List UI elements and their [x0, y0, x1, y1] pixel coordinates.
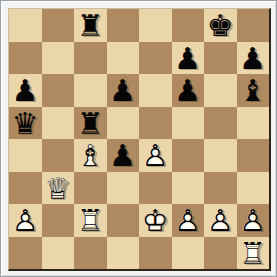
black-queen-glyph: ♛: [9, 107, 42, 140]
square-d5[interactable]: [107, 107, 140, 140]
square-h4[interactable]: [237, 139, 270, 172]
board-frame: ♜♚♟♟♟♟♟♝♛♜♝♗♟♟♙♛♕♟♙♜♖♚♔♟♙♟♙♟♙♜♖: [0, 0, 277, 277]
white-queen-outline: ♕: [42, 172, 75, 205]
black-queen[interactable]: ♛: [9, 107, 42, 140]
white-bishop-outline: ♗: [74, 139, 107, 172]
square-h3[interactable]: [237, 172, 270, 205]
white-pawn-outline: ♙: [9, 204, 42, 237]
square-d1[interactable]: [107, 237, 140, 270]
square-e2[interactable]: ♚♔: [139, 204, 172, 237]
square-b7[interactable]: [42, 42, 75, 75]
black-pawn-glyph: ♟: [107, 74, 140, 107]
white-king-outline: ♔: [139, 204, 172, 237]
white-pawn[interactable]: ♟♙: [237, 204, 270, 237]
square-b6[interactable]: [42, 74, 75, 107]
white-pawn[interactable]: ♟♙: [9, 204, 42, 237]
black-pawn[interactable]: ♟: [107, 139, 140, 172]
square-f4[interactable]: [172, 139, 205, 172]
square-d2[interactable]: [107, 204, 140, 237]
black-bishop-glyph: ♝: [237, 74, 270, 107]
square-f8[interactable]: [172, 9, 205, 42]
black-pawn-glyph: ♟: [172, 74, 205, 107]
square-e8[interactable]: [139, 9, 172, 42]
black-pawn-glyph: ♟: [107, 139, 140, 172]
square-h5[interactable]: [237, 107, 270, 140]
square-e7[interactable]: [139, 42, 172, 75]
black-pawn[interactable]: ♟: [172, 42, 205, 75]
black-pawn-glyph: ♟: [237, 42, 270, 75]
square-c2[interactable]: ♜♖: [74, 204, 107, 237]
white-pawn-outline: ♙: [204, 204, 237, 237]
square-g1[interactable]: [204, 237, 237, 270]
white-queen[interactable]: ♛♕: [42, 172, 75, 205]
white-bishop[interactable]: ♝♗: [74, 139, 107, 172]
white-pawn-outline: ♙: [172, 204, 205, 237]
square-f2[interactable]: ♟♙: [172, 204, 205, 237]
white-pawn[interactable]: ♟♙: [139, 139, 172, 172]
white-rook[interactable]: ♜♖: [237, 237, 270, 270]
square-b1[interactable]: [42, 237, 75, 270]
black-rook[interactable]: ♜: [74, 107, 107, 140]
square-a5[interactable]: ♛: [9, 107, 42, 140]
square-f5[interactable]: [172, 107, 205, 140]
black-pawn[interactable]: ♟: [107, 74, 140, 107]
black-pawn-glyph: ♟: [172, 42, 205, 75]
square-c7[interactable]: [74, 42, 107, 75]
square-a3[interactable]: [9, 172, 42, 205]
square-h1[interactable]: ♜♖: [237, 237, 270, 270]
square-d6[interactable]: ♟: [107, 74, 140, 107]
white-pawn[interactable]: ♟♙: [172, 204, 205, 237]
square-c3[interactable]: [74, 172, 107, 205]
square-d8[interactable]: [107, 9, 140, 42]
square-a7[interactable]: [9, 42, 42, 75]
black-bishop[interactable]: ♝: [237, 74, 270, 107]
square-g5[interactable]: [204, 107, 237, 140]
square-e1[interactable]: [139, 237, 172, 270]
square-c8[interactable]: ♜: [74, 9, 107, 42]
square-f6[interactable]: ♟: [172, 74, 205, 107]
square-b4[interactable]: [42, 139, 75, 172]
square-d4[interactable]: ♟: [107, 139, 140, 172]
square-f7[interactable]: ♟: [172, 42, 205, 75]
square-f3[interactable]: [172, 172, 205, 205]
square-b2[interactable]: [42, 204, 75, 237]
black-rook[interactable]: ♜: [74, 9, 107, 42]
black-rook-glyph: ♜: [74, 107, 107, 140]
square-h6[interactable]: ♝: [237, 74, 270, 107]
black-pawn[interactable]: ♟: [237, 42, 270, 75]
black-pawn[interactable]: ♟: [172, 74, 205, 107]
chess-board: ♜♚♟♟♟♟♟♝♛♜♝♗♟♟♙♛♕♟♙♜♖♚♔♟♙♟♙♟♙♜♖: [8, 8, 271, 271]
square-b5[interactable]: [42, 107, 75, 140]
white-king[interactable]: ♚♔: [139, 204, 172, 237]
square-a2[interactable]: ♟♙: [9, 204, 42, 237]
square-d3[interactable]: [107, 172, 140, 205]
square-f1[interactable]: [172, 237, 205, 270]
square-g8[interactable]: ♚: [204, 9, 237, 42]
black-king-glyph: ♚: [204, 9, 237, 42]
square-c6[interactable]: [74, 74, 107, 107]
square-h2[interactable]: ♟♙: [237, 204, 270, 237]
square-c4[interactable]: ♝♗: [74, 139, 107, 172]
square-b3[interactable]: ♛♕: [42, 172, 75, 205]
square-g2[interactable]: ♟♙: [204, 204, 237, 237]
white-pawn[interactable]: ♟♙: [204, 204, 237, 237]
square-h7[interactable]: ♟: [237, 42, 270, 75]
square-e6[interactable]: [139, 74, 172, 107]
black-king[interactable]: ♚: [204, 9, 237, 42]
white-rook-outline: ♖: [74, 204, 107, 237]
white-rook-outline: ♖: [237, 237, 270, 270]
white-rook[interactable]: ♜♖: [74, 204, 107, 237]
square-d7[interactable]: [107, 42, 140, 75]
square-e5[interactable]: [139, 107, 172, 140]
black-pawn-glyph: ♟: [9, 74, 42, 107]
white-pawn-outline: ♙: [139, 139, 172, 172]
square-g7[interactable]: [204, 42, 237, 75]
square-g3[interactable]: [204, 172, 237, 205]
square-b8[interactable]: [42, 9, 75, 42]
square-c5[interactable]: ♜: [74, 107, 107, 140]
square-g4[interactable]: [204, 139, 237, 172]
black-pawn[interactable]: ♟: [9, 74, 42, 107]
square-a6[interactable]: ♟: [9, 74, 42, 107]
square-g6[interactable]: [204, 74, 237, 107]
square-e3[interactable]: [139, 172, 172, 205]
square-e4[interactable]: ♟♙: [139, 139, 172, 172]
black-rook-glyph: ♜: [74, 9, 107, 42]
square-a1[interactable]: [9, 237, 42, 270]
square-a8[interactable]: [9, 9, 42, 42]
square-h8[interactable]: [237, 9, 270, 42]
square-c1[interactable]: [74, 237, 107, 270]
square-a4[interactable]: [9, 139, 42, 172]
white-pawn-outline: ♙: [237, 204, 270, 237]
